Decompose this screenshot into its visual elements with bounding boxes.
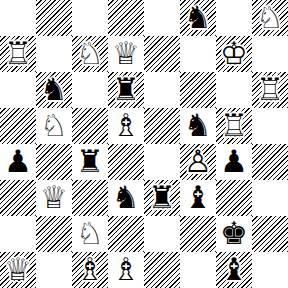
piece-white-rook[interactable]: ♜♖ [216, 108, 252, 144]
square-c1[interactable]: ♝♗ [72, 252, 108, 288]
piece-glyph: ♟ [216, 144, 252, 180]
square-d4[interactable] [108, 144, 144, 180]
piece-white-rook[interactable]: ♜♖ [0, 36, 36, 72]
square-b2[interactable] [36, 216, 72, 252]
square-g6[interactable] [216, 72, 252, 108]
square-f3[interactable]: ♝♝ [180, 180, 216, 216]
piece-white-knight[interactable]: ♞♘ [252, 0, 288, 36]
square-h8[interactable]: ♞♘ [252, 0, 288, 36]
square-c8[interactable] [72, 0, 108, 36]
piece-glyph: ♞ [180, 108, 216, 144]
square-f4[interactable]: ♟♙ [180, 144, 216, 180]
piece-black-knight[interactable]: ♞♞ [180, 108, 216, 144]
square-e2[interactable] [144, 216, 180, 252]
piece-black-knight[interactable]: ♞♞ [108, 180, 144, 216]
square-a1[interactable]: ♛♕ [0, 252, 36, 288]
square-a3[interactable] [0, 180, 36, 216]
square-b1[interactable] [36, 252, 72, 288]
piece-glyph: ♞ [180, 0, 216, 36]
piece-white-knight[interactable]: ♞♘ [72, 216, 108, 252]
square-d3[interactable]: ♞♞ [108, 180, 144, 216]
piece-glyph: ♕ [0, 252, 36, 288]
square-f7[interactable] [180, 36, 216, 72]
piece-white-queen[interactable]: ♛♕ [0, 252, 36, 288]
square-e7[interactable] [144, 36, 180, 72]
square-g8[interactable] [216, 0, 252, 36]
piece-glyph: ♘ [72, 36, 108, 72]
piece-white-bishop[interactable]: ♝♗ [108, 108, 144, 144]
square-b4[interactable] [36, 144, 72, 180]
square-f1[interactable] [180, 252, 216, 288]
piece-glyph: ♖ [216, 108, 252, 144]
piece-white-bishop[interactable]: ♝♗ [108, 252, 144, 288]
piece-white-pawn[interactable]: ♟♙ [180, 144, 216, 180]
square-e4[interactable] [144, 144, 180, 180]
piece-glyph: ♞ [108, 180, 144, 216]
piece-glyph: ♖ [0, 36, 36, 72]
piece-black-rook[interactable]: ♜♜ [144, 180, 180, 216]
piece-white-queen[interactable]: ♛♕ [36, 180, 72, 216]
piece-glyph: ♙ [180, 144, 216, 180]
piece-black-pawn[interactable]: ♟♟ [0, 144, 36, 180]
square-d1[interactable]: ♝♗ [108, 252, 144, 288]
square-a4[interactable]: ♟♟ [0, 144, 36, 180]
square-d5[interactable]: ♝♗ [108, 108, 144, 144]
piece-black-king[interactable]: ♚♚ [216, 216, 252, 252]
piece-glyph: ♜ [144, 180, 180, 216]
piece-glyph: ♗ [72, 252, 108, 288]
square-e3[interactable]: ♜♜ [144, 180, 180, 216]
piece-glyph: ♜ [108, 72, 144, 108]
square-e8[interactable] [144, 0, 180, 36]
square-c4[interactable]: ♜♜ [72, 144, 108, 180]
piece-white-bishop[interactable]: ♝♗ [72, 252, 108, 288]
piece-glyph: ♚ [216, 216, 252, 252]
piece-glyph: ♘ [36, 108, 72, 144]
piece-white-queen[interactable]: ♛♕ [108, 36, 144, 72]
square-d7[interactable]: ♛♕ [108, 36, 144, 72]
piece-white-knight[interactable]: ♞♘ [72, 36, 108, 72]
square-e1[interactable] [144, 252, 180, 288]
square-b3[interactable]: ♛♕ [36, 180, 72, 216]
square-g7[interactable]: ♚♔ [216, 36, 252, 72]
piece-black-knight[interactable]: ♞♞ [36, 72, 72, 108]
square-g5[interactable]: ♜♖ [216, 108, 252, 144]
square-f2[interactable] [180, 216, 216, 252]
piece-glyph: ♞ [36, 72, 72, 108]
square-d2[interactable] [108, 216, 144, 252]
square-b7[interactable] [36, 36, 72, 72]
square-h4[interactable] [252, 144, 288, 180]
square-f8[interactable]: ♞♞ [180, 0, 216, 36]
square-f5[interactable]: ♞♞ [180, 108, 216, 144]
piece-glyph: ♝ [216, 252, 252, 288]
square-a7[interactable]: ♜♖ [0, 36, 36, 72]
piece-black-rook[interactable]: ♜♜ [108, 72, 144, 108]
square-c7[interactable]: ♞♘ [72, 36, 108, 72]
piece-glyph: ♕ [108, 36, 144, 72]
piece-glyph: ♗ [108, 252, 144, 288]
piece-white-knight[interactable]: ♞♘ [36, 108, 72, 144]
piece-black-rook[interactable]: ♜♜ [72, 144, 108, 180]
square-a8[interactable] [0, 0, 36, 36]
piece-white-king[interactable]: ♚♔ [216, 36, 252, 72]
square-g2[interactable]: ♚♚ [216, 216, 252, 252]
piece-glyph: ♜ [72, 144, 108, 180]
square-a2[interactable] [0, 216, 36, 252]
piece-white-rook[interactable]: ♜♖ [252, 72, 288, 108]
square-c3[interactable] [72, 180, 108, 216]
chess-board: ♞♞♞♘♜♖♞♘♛♕♚♔♞♞♜♜♜♖♞♘♝♗♞♞♜♖♟♟♜♜♟♙♟♟♛♕♞♞♜♜… [0, 0, 288, 288]
square-h3[interactable] [252, 180, 288, 216]
piece-glyph: ♔ [216, 36, 252, 72]
piece-glyph: ♕ [36, 180, 72, 216]
square-g4[interactable]: ♟♟ [216, 144, 252, 180]
square-c6[interactable] [72, 72, 108, 108]
piece-black-bishop[interactable]: ♝♝ [216, 252, 252, 288]
square-h7[interactable] [252, 36, 288, 72]
piece-glyph: ♘ [252, 0, 288, 36]
square-h2[interactable] [252, 216, 288, 252]
piece-glyph: ♗ [108, 108, 144, 144]
square-c2[interactable]: ♞♘ [72, 216, 108, 252]
square-g1[interactable]: ♝♝ [216, 252, 252, 288]
square-d6[interactable]: ♜♜ [108, 72, 144, 108]
square-f6[interactable] [180, 72, 216, 108]
piece-glyph: ♘ [72, 216, 108, 252]
square-d8[interactable] [108, 0, 144, 36]
square-h6[interactable]: ♜♖ [252, 72, 288, 108]
square-e6[interactable] [144, 72, 180, 108]
square-h5[interactable] [252, 108, 288, 144]
square-g3[interactable] [216, 180, 252, 216]
square-b5[interactable]: ♞♘ [36, 108, 72, 144]
square-b6[interactable]: ♞♞ [36, 72, 72, 108]
square-a6[interactable] [0, 72, 36, 108]
square-a5[interactable] [0, 108, 36, 144]
square-h1[interactable] [252, 252, 288, 288]
piece-glyph: ♟ [0, 144, 36, 180]
square-e5[interactable] [144, 108, 180, 144]
piece-black-pawn[interactable]: ♟♟ [216, 144, 252, 180]
piece-black-knight[interactable]: ♞♞ [180, 0, 216, 36]
square-b8[interactable] [36, 0, 72, 36]
piece-glyph: ♝ [180, 180, 216, 216]
piece-glyph: ♖ [252, 72, 288, 108]
piece-black-bishop[interactable]: ♝♝ [180, 180, 216, 216]
square-c5[interactable] [72, 108, 108, 144]
